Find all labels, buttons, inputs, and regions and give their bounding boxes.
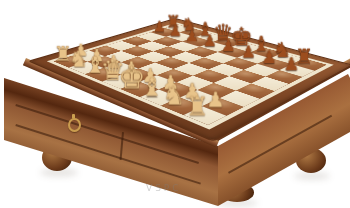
square-c8: ♝ <box>196 33 226 42</box>
square-e7: ♟ <box>218 47 250 58</box>
square-b6 <box>152 37 183 47</box>
square-d7: ♟ <box>200 42 231 52</box>
piece-black-king: ♚ <box>230 24 253 49</box>
piece-black-pawn: ♟ <box>284 55 300 73</box>
square-a8: ♜ <box>164 24 192 32</box>
square-e6 <box>204 52 237 63</box>
board-scene: ♜♞♝♛♚♝♞♜♟♟♟♟♟♟♟♟♟♟♟♟♟♟♟♟♜♞♝♛♚♝♞♜ <box>0 0 350 208</box>
piece-black-pawn: ♟ <box>221 38 236 54</box>
piece-white-knight: ♞ <box>162 84 185 110</box>
square-b4 <box>121 46 153 57</box>
piece-black-pawn: ♟ <box>153 19 166 34</box>
square-a7: ♟ <box>151 28 180 37</box>
piece-black-pawn: ♟ <box>203 33 217 49</box>
piece-white-rook: ♜ <box>186 94 209 119</box>
piece-white-pawn: ♟ <box>206 89 225 110</box>
square-b7: ♟ <box>166 32 196 41</box>
piece-black-queen: ♛ <box>213 21 233 44</box>
square-c6 <box>168 42 199 52</box>
piece-black-pawn: ♟ <box>169 24 182 39</box>
drawer-ring-pull-icon <box>68 114 80 129</box>
square-d5 <box>171 52 204 63</box>
square-a5 <box>122 36 152 46</box>
watermark: VSPC <box>146 183 182 193</box>
square-a6 <box>136 32 166 41</box>
square-c5 <box>153 46 185 57</box>
piece-black-rook: ♜ <box>165 13 180 30</box>
piece-black-pawn: ♟ <box>185 28 199 43</box>
square-b5 <box>137 41 168 51</box>
piece-black-pawn: ♟ <box>241 44 256 61</box>
square-d6 <box>186 47 218 58</box>
square-c7: ♟ <box>182 37 213 47</box>
square-d8: ♛ <box>213 37 244 47</box>
square-e8: ♚ <box>231 42 263 52</box>
board-grid: ♜♞♝♛♚♝♞♜♟♟♟♟♟♟♟♟♟♟♟♟♟♟♟♟♜♞♝♛♚♝♞♜ <box>47 23 334 130</box>
square-a4 <box>106 41 137 51</box>
product-photo: ♜♞♝♛♚♝♞♜♟♟♟♟♟♟♟♟♟♟♟♟♟♟♟♟♜♞♝♛♚♝♞♜ VSPC <box>0 0 350 208</box>
piece-black-bishop: ♝ <box>197 20 214 39</box>
square-b8: ♞ <box>180 28 209 37</box>
piece-white-bishop: ♝ <box>141 76 163 101</box>
piece-black-pawn: ♟ <box>261 49 277 66</box>
piece-black-knight: ♞ <box>181 16 197 34</box>
